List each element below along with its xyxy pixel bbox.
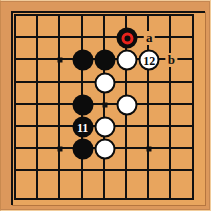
- black-stone[interactable]: [72, 139, 93, 160]
- white-stone[interactable]: [94, 139, 115, 160]
- move-number-label: 11: [77, 121, 88, 133]
- black-stone[interactable]: 11: [72, 117, 93, 138]
- white-stone[interactable]: [94, 72, 115, 93]
- white-stone[interactable]: [117, 50, 138, 71]
- black-stone[interactable]: [72, 50, 93, 71]
- star-point: [102, 102, 107, 107]
- grid-line-vertical: [169, 14, 171, 200]
- move-number-label: 12: [143, 54, 155, 66]
- black-stone[interactable]: [117, 28, 138, 49]
- grid-line-horizontal: [14, 169, 194, 171]
- white-stone[interactable]: [117, 94, 138, 115]
- white-stone[interactable]: [94, 117, 115, 138]
- go-diagram: 1211ab: [0, 0, 211, 211]
- star-point: [147, 147, 152, 152]
- grid-line-vertical: [58, 14, 60, 200]
- star-point: [58, 147, 63, 152]
- grid-line-vertical: [192, 14, 194, 200]
- go-board: 1211ab: [11, 11, 205, 205]
- grid-line-vertical: [36, 14, 38, 200]
- black-stone[interactable]: [94, 50, 115, 71]
- point-letter-b[interactable]: b: [166, 53, 177, 67]
- white-stone[interactable]: 12: [139, 50, 160, 71]
- star-point: [58, 58, 63, 63]
- grid-line-bottom-terminal: [14, 198, 194, 200]
- point-letter-a[interactable]: a: [144, 31, 155, 45]
- red-circle-marker-icon: [121, 32, 133, 44]
- grid-line-vertical: [14, 14, 16, 200]
- grid-line-horizontal: [14, 36, 194, 38]
- grid-line-horizontal: [14, 14, 194, 16]
- black-stone[interactable]: [72, 94, 93, 115]
